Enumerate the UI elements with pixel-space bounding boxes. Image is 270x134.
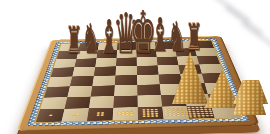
square-a4 (47, 76, 72, 86)
board-frame (16, 36, 260, 131)
square-f2 (161, 94, 187, 106)
chessboard-illustration: ♜♞♝♛♚♝♞♜ (0, 0, 270, 134)
grain-pile-a1 (48, 114, 53, 116)
square-c3 (91, 85, 115, 96)
square-e2 (137, 95, 162, 107)
square-d2 (113, 96, 137, 108)
square-g1 (187, 105, 215, 118)
square-h5 (199, 64, 223, 74)
cast-shadow (206, 0, 251, 24)
square-f1 (162, 106, 189, 119)
square-a2 (40, 97, 67, 109)
grain-pile-f1 (163, 108, 188, 117)
square-a1 (36, 109, 65, 122)
square-b1 (61, 108, 88, 121)
square-g4 (180, 74, 204, 84)
square-g5 (178, 64, 201, 74)
square-d1 (112, 107, 138, 120)
square-h2 (208, 93, 236, 105)
square-a3 (44, 86, 70, 97)
square-h1 (211, 105, 240, 118)
cast-shadow (224, 5, 264, 36)
square-c4 (92, 75, 115, 85)
cast-shadow (240, 21, 270, 49)
square-d3 (114, 85, 137, 96)
square-d5 (115, 66, 137, 76)
square-b3 (67, 86, 92, 97)
grain-pile-b1 (71, 114, 80, 116)
square-e4 (137, 75, 160, 85)
mosaic-border (27, 38, 250, 126)
grain-pile-d1 (117, 111, 134, 116)
square-c1 (87, 108, 113, 121)
square-b2 (64, 97, 90, 109)
square-h4 (202, 73, 227, 83)
square-e3 (137, 84, 161, 95)
inner-trim (34, 40, 242, 123)
square-c2 (89, 96, 114, 108)
square-g2 (184, 94, 211, 106)
grain-pile-e1 (142, 109, 159, 118)
square-f5 (158, 65, 181, 75)
square-e5 (137, 65, 159, 75)
square-f3 (160, 84, 185, 95)
square-d4 (115, 75, 137, 85)
square-f4 (159, 74, 183, 84)
square-b4 (70, 76, 94, 86)
grain-pile-g1 (187, 106, 215, 117)
board-grid (36, 40, 240, 122)
grain-pile-c1 (96, 112, 105, 116)
square-h3 (205, 83, 231, 94)
square-g3 (182, 83, 208, 94)
chess-board (16, 36, 260, 131)
square-e1 (138, 107, 164, 120)
